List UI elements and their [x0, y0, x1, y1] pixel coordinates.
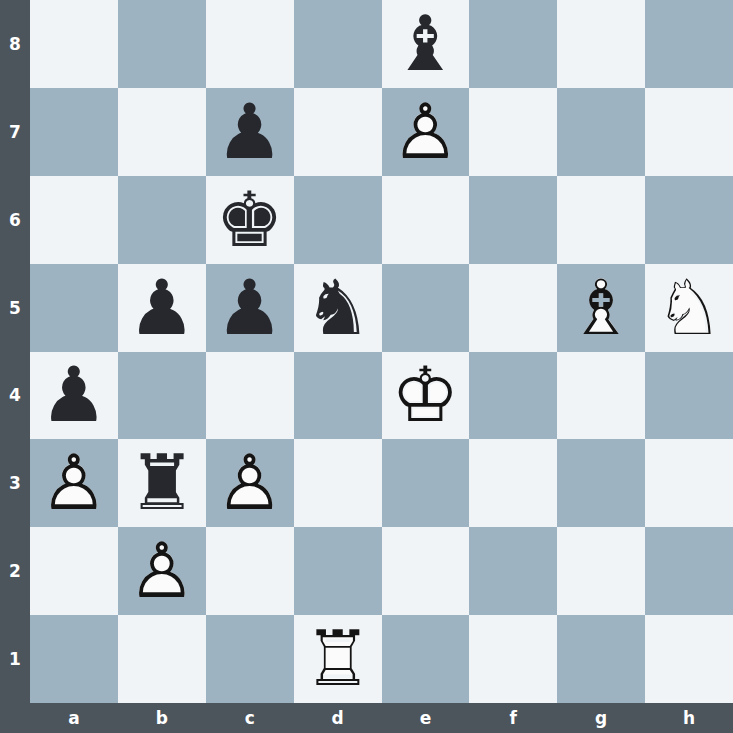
rank-labels: 87654321 [0, 0, 30, 703]
square-a6[interactable] [30, 176, 118, 264]
white-p-e7[interactable]: ♙ [382, 88, 470, 176]
rank-label-2: 2 [0, 527, 30, 615]
square-g6[interactable] [557, 176, 645, 264]
rank-label-5: 5 [0, 264, 30, 352]
board-corner [0, 703, 30, 733]
white-p-b2[interactable]: ♙ [118, 527, 206, 615]
square-a4[interactable]: ♟ [30, 352, 118, 440]
square-e4[interactable]: ♚♔ [382, 352, 470, 440]
file-label-b: b [118, 703, 206, 733]
square-d5[interactable]: ♞ [294, 264, 382, 352]
square-b3[interactable]: ♜ [118, 439, 206, 527]
square-h5[interactable]: ♞♘ [645, 264, 733, 352]
square-g8[interactable] [557, 0, 645, 88]
square-h6[interactable] [645, 176, 733, 264]
square-a8[interactable] [30, 0, 118, 88]
square-b2[interactable]: ♟♙ [118, 527, 206, 615]
square-f3[interactable] [469, 439, 557, 527]
square-g1[interactable] [557, 615, 645, 703]
square-e8[interactable]: ♝ [382, 0, 470, 88]
square-f2[interactable] [469, 527, 557, 615]
square-c3[interactable]: ♟♙ [206, 439, 294, 527]
square-c7[interactable]: ♟ [206, 88, 294, 176]
white-p-a3[interactable]: ♙ [30, 439, 118, 527]
square-g4[interactable] [557, 352, 645, 440]
square-d7[interactable] [294, 88, 382, 176]
square-a1[interactable] [30, 615, 118, 703]
black-p-b5[interactable]: ♟ [118, 264, 206, 352]
black-b-e8[interactable]: ♝ [382, 0, 470, 88]
square-h4[interactable] [645, 352, 733, 440]
square-h7[interactable] [645, 88, 733, 176]
file-label-c: c [206, 703, 294, 733]
rank-label-1: 1 [0, 615, 30, 703]
square-g5[interactable]: ♝♗ [557, 264, 645, 352]
chess-board-frame: 87654321 ♝♟♟♙♚♟♟♞♝♗♞♘♟♚♔♟♙♜♟♙♟♙♜♖ abcdef… [0, 0, 733, 733]
square-b7[interactable] [118, 88, 206, 176]
square-d1[interactable]: ♜♖ [294, 615, 382, 703]
black-r-b3[interactable]: ♜ [118, 439, 206, 527]
square-a5[interactable] [30, 264, 118, 352]
white-k-e4[interactable]: ♔ [382, 352, 470, 440]
square-d8[interactable] [294, 0, 382, 88]
square-c1[interactable] [206, 615, 294, 703]
square-a7[interactable] [30, 88, 118, 176]
file-labels: abcdefgh [30, 703, 733, 733]
square-h1[interactable] [645, 615, 733, 703]
rank-label-3: 3 [0, 439, 30, 527]
white-p-c3[interactable]: ♙ [206, 439, 294, 527]
square-h2[interactable] [645, 527, 733, 615]
square-e7[interactable]: ♟♙ [382, 88, 470, 176]
black-k-c6[interactable]: ♚ [206, 176, 294, 264]
rank-label-6: 6 [0, 176, 30, 264]
square-f7[interactable] [469, 88, 557, 176]
square-c5[interactable]: ♟ [206, 264, 294, 352]
square-e3[interactable] [382, 439, 470, 527]
rank-label-8: 8 [0, 0, 30, 88]
square-b5[interactable]: ♟ [118, 264, 206, 352]
square-b8[interactable] [118, 0, 206, 88]
black-p-c5[interactable]: ♟ [206, 264, 294, 352]
square-e1[interactable] [382, 615, 470, 703]
square-c2[interactable] [206, 527, 294, 615]
file-label-a: a [30, 703, 118, 733]
square-b6[interactable] [118, 176, 206, 264]
rank-label-7: 7 [0, 88, 30, 176]
white-b-g5[interactable]: ♗ [557, 264, 645, 352]
square-b4[interactable] [118, 352, 206, 440]
square-b1[interactable] [118, 615, 206, 703]
square-d2[interactable] [294, 527, 382, 615]
rank-label-4: 4 [0, 352, 30, 440]
file-label-h: h [645, 703, 733, 733]
square-f1[interactable] [469, 615, 557, 703]
square-d3[interactable] [294, 439, 382, 527]
square-f8[interactable] [469, 0, 557, 88]
black-p-c7[interactable]: ♟ [206, 88, 294, 176]
square-f5[interactable] [469, 264, 557, 352]
chess-board: ♝♟♟♙♚♟♟♞♝♗♞♘♟♚♔♟♙♜♟♙♟♙♜♖ [30, 0, 733, 703]
black-p-a4[interactable]: ♟ [30, 352, 118, 440]
file-label-d: d [294, 703, 382, 733]
square-g7[interactable] [557, 88, 645, 176]
square-g3[interactable] [557, 439, 645, 527]
square-e6[interactable] [382, 176, 470, 264]
square-a2[interactable] [30, 527, 118, 615]
square-c8[interactable] [206, 0, 294, 88]
square-d4[interactable] [294, 352, 382, 440]
square-c6[interactable]: ♚ [206, 176, 294, 264]
square-g2[interactable] [557, 527, 645, 615]
file-label-e: e [382, 703, 470, 733]
white-n-h5[interactable]: ♘ [645, 264, 733, 352]
square-d6[interactable] [294, 176, 382, 264]
square-e2[interactable] [382, 527, 470, 615]
square-h8[interactable] [645, 0, 733, 88]
black-n-d5[interactable]: ♞ [294, 264, 382, 352]
square-a3[interactable]: ♟♙ [30, 439, 118, 527]
white-r-d1[interactable]: ♖ [294, 615, 382, 703]
square-e5[interactable] [382, 264, 470, 352]
square-f4[interactable] [469, 352, 557, 440]
square-h3[interactable] [645, 439, 733, 527]
file-label-g: g [557, 703, 645, 733]
square-f6[interactable] [469, 176, 557, 264]
file-label-f: f [469, 703, 557, 733]
square-c4[interactable] [206, 352, 294, 440]
